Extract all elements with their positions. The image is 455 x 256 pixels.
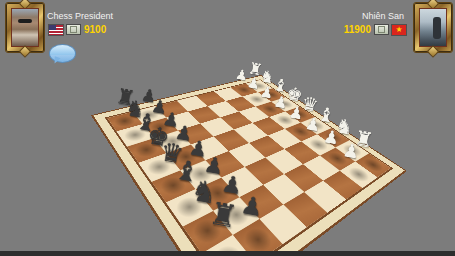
chat-bubble-icon[interactable] (49, 44, 76, 63)
left-player-name: Chess President (47, 11, 113, 21)
money-icon (66, 24, 81, 35)
right-player-avatar-photo (419, 8, 447, 47)
piece-shadow (360, 156, 387, 174)
black-rook-a8[interactable]: ♜ (207, 198, 240, 233)
right-player-money-row: 11900 ★ (344, 24, 406, 35)
left-player-avatar[interactable] (5, 2, 45, 53)
white-pawn-d2[interactable]: ♟ (288, 104, 305, 122)
black-pawn-b7[interactable]: ♟ (220, 172, 244, 198)
vietnam-flag-icon: ★ (392, 25, 406, 35)
right-player-avatar[interactable] (413, 2, 453, 53)
black-pawn-c7[interactable]: ♟ (203, 153, 226, 178)
bottom-bar (0, 251, 455, 256)
white-pawn-c2[interactable]: ♟ (304, 115, 322, 134)
chess-board: ♜♞♝♛♚♝♞♜♟♟♟♟♟♟♟♟♟♟♟♟♟♟♟♟♜♞♝♛♚♝♞♜ (105, 79, 393, 256)
right-player-money: 11900 (344, 24, 371, 35)
white-pawn-e2[interactable]: ♟ (273, 93, 289, 111)
white-pawn-g2[interactable]: ♟ (246, 75, 261, 91)
left-player-money: 9100 (84, 24, 106, 35)
money-icon (374, 24, 389, 35)
left-player-avatar-photo (11, 8, 39, 47)
right-player-name: Nhiên San (362, 11, 404, 21)
white-pawn-a2[interactable]: ♟ (341, 141, 360, 162)
white-pawn-b2[interactable]: ♟ (322, 127, 341, 147)
black-pawn-a7[interactable]: ♟ (239, 192, 265, 220)
us-flag-icon (49, 25, 63, 35)
white-pawn-f2[interactable]: ♟ (259, 84, 275, 101)
chess-board-grid: ♜♞♝♛♚♝♞♜♟♟♟♟♟♟♟♟♟♟♟♟♟♟♟♟♜♞♝♛♚♝♞♜ (107, 80, 391, 256)
left-player-money-row: 9100 (49, 24, 106, 35)
